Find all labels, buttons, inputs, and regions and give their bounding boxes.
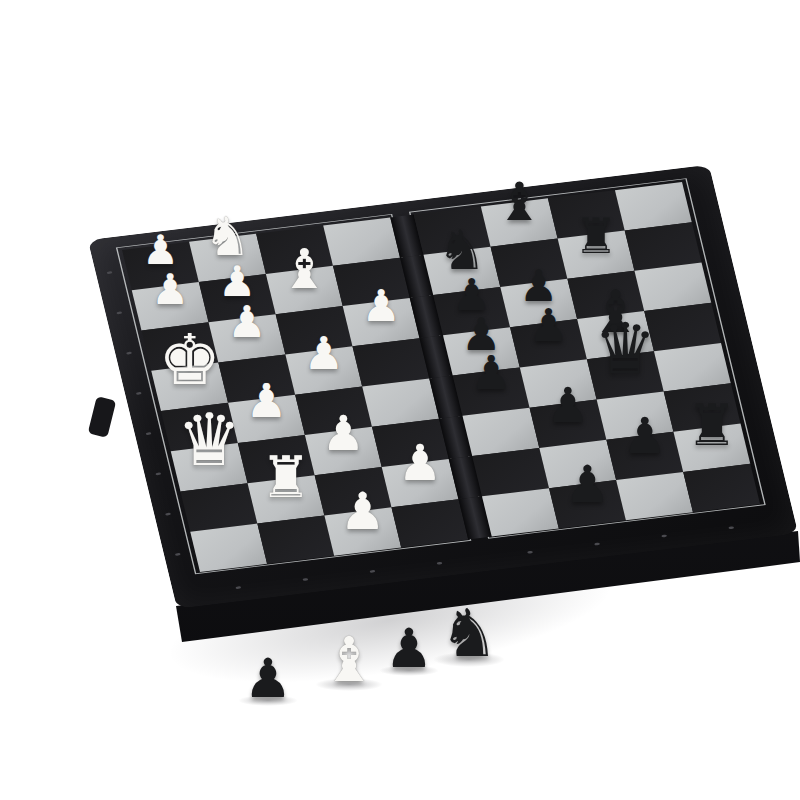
square-d1 [391,499,468,547]
folded-chess-board [122,182,760,572]
square-c1 [324,507,401,555]
square-e1 [482,488,559,536]
square-g1 [616,472,693,520]
square-b1 [257,515,334,563]
chess-set-product-photo: ♟♞♝♟♟♝♞♜♟♟♟♟♚♟♟♟♝♟♟♛♛♟♟♜♟♟♜♟♟ ♟♝♟♞ [0,0,800,800]
square-a1 [190,524,267,572]
board-clasp-tab [88,396,117,438]
square-h1 [683,464,760,512]
chess-board-grid [122,182,760,572]
square-f1 [549,480,626,528]
